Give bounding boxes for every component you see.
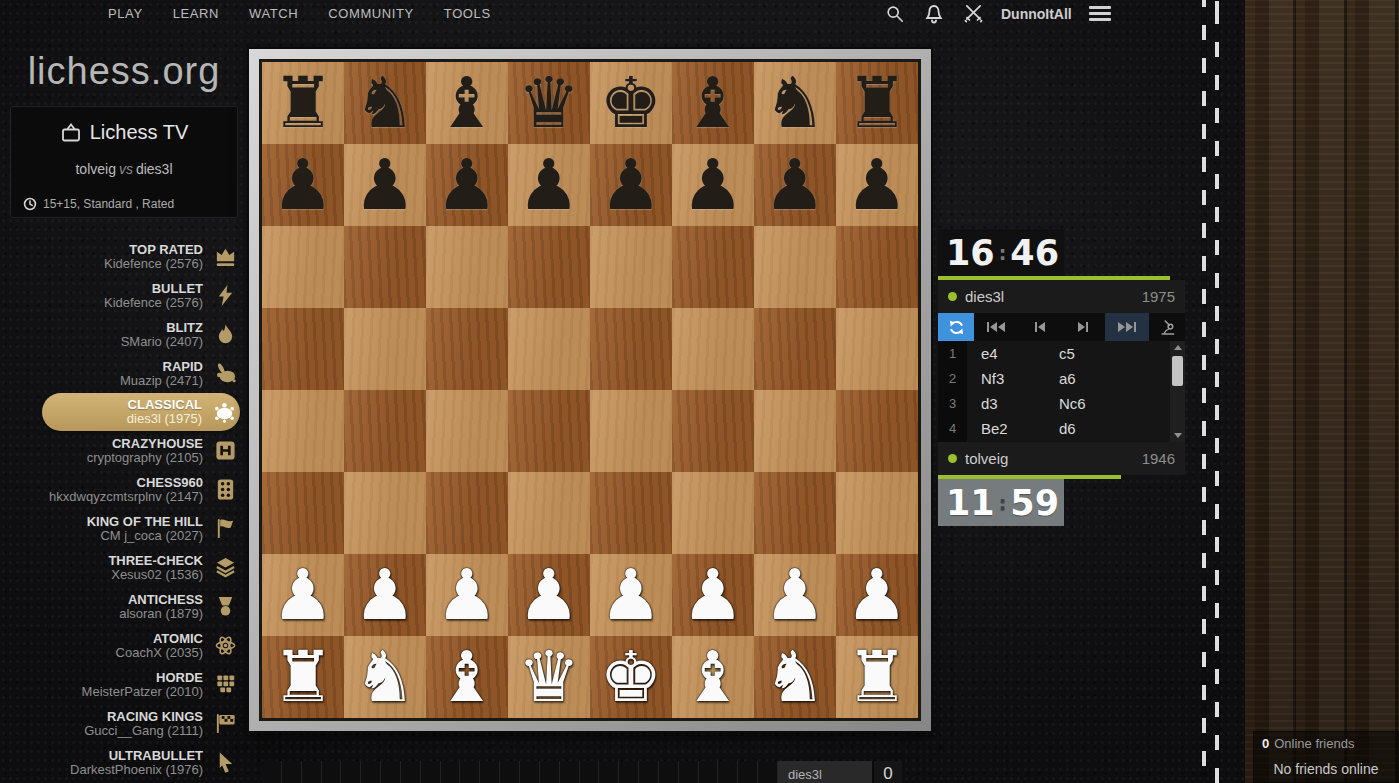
board-frame: ♜♞♝♛♚♝♞♜♟♟♟♟♟♟♟♟♟♟♟♟♟♟♟♟♜♞♝♛♚♝♞♜ (249, 49, 931, 731)
channel-player: Xesus02 (1536) (108, 568, 203, 582)
piece-black-pawn[interactable]: ♟ (426, 144, 508, 226)
champion-cell (738, 761, 758, 783)
clock-separator: : (999, 492, 1007, 514)
tv-black-player: dies3l (136, 161, 173, 177)
square[interactable]: ♝ (672, 636, 754, 718)
challenge-crossed-swords-icon[interactable] (962, 3, 984, 25)
channel-player: hkxdwqyzcmtsrplnv (2147) (49, 490, 203, 504)
online-dot (948, 454, 957, 463)
tv-white-player: tolveig (75, 161, 115, 177)
move-row: e4c5 (967, 341, 1170, 366)
move-number: 3 (938, 391, 967, 416)
champion-cell (460, 761, 480, 783)
piece-black-bishop[interactable]: ♝ (672, 62, 754, 144)
flag-icon (210, 516, 240, 542)
atom-icon (210, 633, 240, 659)
move-row: Be2d6 (967, 416, 1170, 441)
white-player-name[interactable]: tolveig (965, 450, 1008, 467)
piece-white-knight[interactable]: ♞ (754, 636, 836, 718)
lichess-tv-box[interactable]: Lichess TV tolveigvsdies3l 15+15, Standa… (10, 106, 238, 218)
square[interactable]: ♟ (508, 144, 590, 226)
dice-icon (210, 477, 240, 503)
channel-player: SMario (2407) (121, 335, 203, 349)
channel-label: CRAZYHOUSE (87, 437, 203, 451)
champion-cell (480, 761, 500, 783)
champion-cell (718, 761, 738, 783)
square[interactable]: ♟ (590, 554, 672, 636)
scroll-up-arrow[interactable] (1170, 341, 1185, 354)
champion-cell (322, 761, 342, 783)
square[interactable]: ♞ (754, 62, 836, 144)
champion-cell (381, 761, 401, 783)
piece-black-pawn[interactable]: ♟ (754, 144, 836, 226)
square[interactable]: ♟ (836, 144, 918, 226)
square[interactable] (508, 472, 590, 554)
channel-label: TOP RATED (104, 243, 203, 257)
channel-classical-active[interactable]: CLASSICALdies3l (1975) (42, 393, 240, 431)
move-row: d3Nc6 (967, 391, 1170, 416)
move-list-scrollbar[interactable] (1170, 341, 1185, 442)
move-number: 2 (938, 366, 967, 391)
channel-label: CLASSICAL (127, 398, 202, 412)
square[interactable]: ♜ (262, 62, 344, 144)
piece-black-queen[interactable]: ♛ (508, 62, 590, 144)
square[interactable]: ♝ (672, 62, 754, 144)
square[interactable] (590, 308, 672, 390)
antichess-pawn-icon (210, 594, 240, 620)
piece-black-knight[interactable]: ♞ (754, 62, 836, 144)
champion-cell (540, 761, 560, 783)
clock-minutes: 16 (946, 233, 995, 273)
piece-white-queen[interactable]: ♛ (508, 636, 590, 718)
channel-label: CHESS960 (49, 476, 203, 490)
move-number: 4 (938, 416, 967, 441)
horde-grid-icon (210, 672, 240, 698)
channel-player: CoachX (2035) (116, 646, 203, 660)
square[interactable]: ♟ (836, 554, 918, 636)
square[interactable] (672, 226, 754, 308)
piece-black-bishop[interactable]: ♝ (426, 62, 508, 144)
nav-tools[interactable]: TOOLS (444, 6, 491, 21)
friends-empty-message: No friends online (1254, 761, 1398, 777)
channel-label: THREE-CHECK (108, 554, 203, 568)
channel-label: BLITZ (121, 321, 203, 335)
channel-player: CM j_coca (2027) (87, 529, 203, 543)
piece-black-king[interactable]: ♚ (590, 62, 672, 144)
clock-icon (23, 197, 37, 211)
channel-player: Kidefence (2576) (104, 296, 203, 310)
previous-move-button[interactable] (1018, 313, 1062, 341)
hamburger-menu-icon[interactable] (1089, 6, 1111, 21)
piece-black-rook[interactable]: ♜ (836, 62, 918, 144)
square[interactable]: ♟ (262, 554, 344, 636)
nav-play[interactable]: PLAY (108, 6, 143, 21)
white-player-rating: 1946 (1142, 450, 1175, 467)
tv-vs: vs (116, 161, 136, 177)
square[interactable]: ♛ (508, 636, 590, 718)
square[interactable] (262, 226, 344, 308)
channel-player: alsoran (1879) (119, 607, 203, 621)
champion-cell (699, 761, 719, 783)
square[interactable]: ♟ (344, 144, 426, 226)
channel-player: Kidefence (2576) (104, 257, 203, 271)
channel-antichess[interactable]: ANTICHESSalsoran (1879) (0, 587, 240, 626)
move-list: 1 2 3 4 e4c5 Nf3a6 d3Nc6 Be2d6 (938, 341, 1185, 442)
square[interactable]: ♟ (754, 554, 836, 636)
square[interactable] (262, 472, 344, 554)
piece-black-pawn[interactable]: ♟ (344, 144, 426, 226)
channel-label: ATOMIC (116, 632, 203, 646)
square[interactable] (754, 308, 836, 390)
champion-cell (659, 761, 679, 783)
champion-cell (302, 761, 322, 783)
square[interactable]: ♟ (426, 554, 508, 636)
scroll-down-arrow[interactable] (1170, 429, 1185, 442)
square[interactable]: ♚ (590, 636, 672, 718)
black-clock: 16:46 (938, 229, 1064, 276)
champion-cell (639, 761, 659, 783)
channel-player: MeisterPatzer (2010) (82, 685, 203, 699)
champion-cell (361, 761, 381, 783)
square[interactable] (590, 472, 672, 554)
piece-black-pawn[interactable]: ♟ (508, 144, 590, 226)
piece-white-pawn[interactable]: ♟ (590, 554, 672, 636)
nav-watch[interactable]: WATCH (249, 6, 298, 21)
square[interactable] (754, 226, 836, 308)
champion-cell (341, 761, 361, 783)
white-move[interactable]: e4 (967, 345, 1055, 362)
piece-white-knight[interactable]: ♞ (344, 636, 426, 718)
square[interactable] (836, 226, 918, 308)
square[interactable]: ♟ (508, 554, 590, 636)
cursor-icon (210, 750, 240, 776)
search-icon[interactable] (884, 3, 906, 25)
square[interactable]: ♟ (262, 144, 344, 226)
square[interactable] (344, 308, 426, 390)
black-move[interactable]: a6 (1055, 370, 1170, 387)
crazyhouse-icon (210, 438, 240, 464)
piece-white-bishop[interactable]: ♝ (672, 636, 754, 718)
piece-white-rook[interactable]: ♜ (262, 636, 344, 718)
friends-box: 0 Online friends No friends online (1253, 731, 1399, 783)
piece-black-pawn[interactable]: ♟ (262, 144, 344, 226)
scrollbar-thumb[interactable] (1172, 356, 1183, 386)
square[interactable] (508, 226, 590, 308)
square[interactable]: ♟ (672, 144, 754, 226)
nav-links: PLAY LEARN WATCH COMMUNITY TOOLS (108, 0, 491, 27)
square[interactable]: ♜ (262, 636, 344, 718)
square[interactable]: ♞ (344, 636, 426, 718)
move-number: 1 (938, 341, 967, 366)
clock-seconds: 46 (1010, 233, 1059, 273)
square[interactable] (344, 472, 426, 554)
black-player-name[interactable]: dies3l (965, 288, 1004, 305)
square[interactable] (672, 472, 754, 554)
turtle-icon (209, 399, 239, 425)
square[interactable] (672, 390, 754, 472)
channel-ultrabullet[interactable]: ULTRABULLETDarkestPhoenix (1976) (0, 743, 240, 782)
move-numbers-column: 1 2 3 4 (938, 341, 967, 442)
square[interactable] (508, 390, 590, 472)
white-move[interactable]: Be2 (967, 420, 1055, 437)
channel-label: RAPID (120, 360, 203, 374)
layers-icon (210, 555, 240, 581)
champion-cell (500, 761, 520, 783)
piece-white-rook[interactable]: ♜ (836, 636, 918, 718)
champion-history-cells (262, 761, 778, 783)
channel-label: HORDE (82, 671, 203, 685)
champion-cell (401, 761, 421, 783)
rabbit-icon (210, 361, 240, 387)
square[interactable] (754, 472, 836, 554)
lichess-logo[interactable]: lichess.org (0, 50, 248, 93)
square[interactable]: ♟ (672, 554, 754, 636)
channel-atomic[interactable]: ATOMICCoachX (2035) (0, 626, 240, 665)
square[interactable] (426, 390, 508, 472)
flip-board-button[interactable] (938, 313, 974, 341)
channel-chess960[interactable]: CHESS960hkxdwqyzcmtsrplnv (2147) (0, 470, 240, 509)
racing-flag-icon (210, 711, 240, 737)
piece-black-pawn[interactable]: ♟ (672, 144, 754, 226)
first-move-button[interactable] (974, 313, 1018, 341)
channel-racing-kings[interactable]: RACING KINGSGucci__Gang (2111) (0, 704, 240, 743)
piece-black-pawn[interactable]: ♟ (836, 144, 918, 226)
piece-white-bishop[interactable]: ♝ (426, 636, 508, 718)
square[interactable]: ♟ (754, 144, 836, 226)
piece-white-pawn[interactable]: ♟ (344, 554, 426, 636)
friends-label: Online friends (1274, 736, 1354, 751)
piece-black-pawn[interactable]: ♟ (590, 144, 672, 226)
friends-count: 0 (1262, 736, 1269, 751)
black-player-row: dies3l 1975 (938, 280, 1185, 313)
square[interactable] (836, 390, 918, 472)
channel-player: Gucci__Gang (2111) (84, 724, 203, 738)
channel-player: cryptography (2105) (87, 451, 203, 465)
channel-player: Muazip (2471) (120, 374, 203, 388)
notifications-bell-icon[interactable] (923, 3, 945, 25)
media-buttons (974, 313, 1149, 341)
square[interactable] (836, 308, 918, 390)
square[interactable]: ♜ (836, 62, 918, 144)
tv-setup: 15+15, Standard , Rated (43, 197, 174, 211)
square[interactable]: ♛ (508, 62, 590, 144)
channel-horde[interactable]: HORDEMeisterPatzer (2010) (0, 665, 240, 704)
square[interactable]: ♞ (754, 636, 836, 718)
piece-black-knight[interactable]: ♞ (344, 62, 426, 144)
channel-top-rated[interactable]: TOP RATEDKidefence (2576) (0, 237, 240, 276)
piece-white-pawn[interactable]: ♟ (836, 554, 918, 636)
piece-white-pawn[interactable]: ♟ (508, 554, 590, 636)
replay-controls (938, 313, 1185, 341)
friends-header[interactable]: 0 Online friends (1254, 732, 1398, 756)
black-move[interactable]: d6 (1055, 420, 1170, 437)
nav-learn[interactable]: LEARN (173, 6, 219, 21)
square[interactable]: ♝ (426, 636, 508, 718)
tv-title: Lichess TV (90, 121, 189, 144)
channel-crazyhouse[interactable]: CRAZYHOUSEcryptography (2105) (0, 431, 240, 470)
champion-cell (599, 761, 619, 783)
next-move-button[interactable] (1062, 313, 1106, 341)
tv-setup-row: 15+15, Standard , Rated (23, 197, 237, 211)
clock-minutes: 11 (946, 483, 995, 523)
square[interactable] (344, 226, 426, 308)
square[interactable] (262, 390, 344, 472)
channel-player: dies3l (1975) (127, 412, 202, 426)
channel-label: RACING KINGS (84, 710, 203, 724)
champion-cell (758, 761, 778, 783)
champion-cell (421, 761, 441, 783)
clock-separator: : (999, 242, 1007, 264)
online-dot (948, 292, 957, 301)
channel-label: BULLET (104, 282, 203, 296)
channel-label: KING OF THE HILL (87, 515, 203, 529)
piece-white-pawn[interactable]: ♟ (426, 554, 508, 636)
white-clock: 11:59 (938, 479, 1064, 526)
black-move[interactable]: Nc6 (1055, 395, 1170, 412)
square[interactable] (426, 226, 508, 308)
square[interactable] (836, 472, 918, 554)
square[interactable] (590, 226, 672, 308)
chess-board[interactable]: ♜♞♝♛♚♝♞♜♟♟♟♟♟♟♟♟♟♟♟♟♟♟♟♟♜♞♝♛♚♝♞♜ (262, 62, 918, 718)
tv-players: tolveigvsdies3l (11, 161, 237, 177)
game-panel: 16:46 dies3l 1975 1 (938, 229, 1185, 526)
nav-community[interactable]: COMMUNITY (328, 6, 414, 21)
square[interactable]: ♟ (344, 554, 426, 636)
white-player-row: tolveig 1946 (938, 442, 1185, 475)
white-move[interactable]: Nf3 (967, 370, 1055, 387)
square[interactable] (508, 308, 590, 390)
channel-rapid[interactable]: RAPIDMuazip (2471) (0, 354, 240, 393)
stitch-line (1215, 0, 1219, 783)
champion-name[interactable]: dies3l (778, 761, 872, 783)
square[interactable]: ♜ (836, 636, 918, 718)
tv-channel-list: TOP RATEDKidefence (2576) BULLETKidefenc… (0, 237, 240, 782)
square[interactable] (426, 308, 508, 390)
tv-champion-strip: dies3l 0 (262, 761, 902, 783)
lightning-bolt-icon (210, 283, 240, 309)
square[interactable]: ♟ (590, 144, 672, 226)
champion-cell (282, 761, 302, 783)
square[interactable]: ♝ (426, 62, 508, 144)
champion-cell (679, 761, 699, 783)
square[interactable] (262, 308, 344, 390)
square[interactable] (426, 472, 508, 554)
square[interactable]: ♟ (426, 144, 508, 226)
nav-right-cluster: DunnoItAll (884, 0, 1111, 27)
clock-seconds: 59 (1010, 483, 1059, 523)
top-nav: PLAY LEARN WATCH COMMUNITY TOOLS DunnoIt… (0, 0, 1185, 27)
channel-label: ANTICHESS (119, 593, 203, 607)
champion-score: 0 (872, 761, 902, 783)
square[interactable] (672, 308, 754, 390)
crown-icon (210, 244, 240, 270)
channel-player: DarkestPhoenix (1976) (70, 763, 203, 777)
flame-icon (210, 322, 240, 348)
channel-label: ULTRABULLET (70, 749, 203, 763)
black-move[interactable]: c5 (1055, 345, 1170, 362)
square[interactable]: ♞ (344, 62, 426, 144)
square[interactable] (754, 390, 836, 472)
channel-bullet[interactable]: BULLETKidefence (2576) (0, 276, 240, 315)
wood-background (1245, 0, 1399, 783)
channel-blitz[interactable]: BLITZSMario (2407) (0, 315, 240, 354)
square[interactable] (344, 390, 426, 472)
board-inner-border: ♜♞♝♛♚♝♞♜♟♟♟♟♟♟♟♟♟♟♟♟♟♟♟♟♜♞♝♛♚♝♞♜ (259, 59, 921, 721)
champion-cell (560, 761, 580, 783)
moves-column: e4c5 Nf3a6 d3Nc6 Be2d6 (967, 341, 1170, 442)
champion-cell (580, 761, 600, 783)
stitch-line (1202, 0, 1206, 783)
piece-white-pawn[interactable]: ♟ (672, 554, 754, 636)
square[interactable] (590, 390, 672, 472)
username[interactable]: DunnoItAll (1001, 6, 1072, 22)
black-player-rating: 1975 (1142, 288, 1175, 305)
champion-cell (520, 761, 540, 783)
white-move[interactable]: d3 (967, 395, 1055, 412)
piece-white-pawn[interactable]: ♟ (262, 554, 344, 636)
analysis-microscope-button[interactable] (1149, 313, 1185, 341)
champion-cell (619, 761, 639, 783)
channel-three-check[interactable]: THREE-CHECKXesus02 (1536) (0, 548, 240, 587)
piece-white-king[interactable]: ♚ (590, 636, 672, 718)
piece-white-pawn[interactable]: ♟ (754, 554, 836, 636)
champion-cell (262, 761, 282, 783)
stitched-leather-strip (1183, 0, 1245, 783)
tv-icon (60, 122, 82, 144)
move-row: Nf3a6 (967, 366, 1170, 391)
channel-king-of-the-hill[interactable]: KING OF THE HILLCM j_coca (2027) (0, 509, 240, 548)
piece-black-rook[interactable]: ♜ (262, 62, 344, 144)
tv-title-row: Lichess TV (11, 121, 237, 144)
last-move-button[interactable] (1105, 313, 1149, 341)
square[interactable]: ♚ (590, 62, 672, 144)
champion-cell (441, 761, 461, 783)
